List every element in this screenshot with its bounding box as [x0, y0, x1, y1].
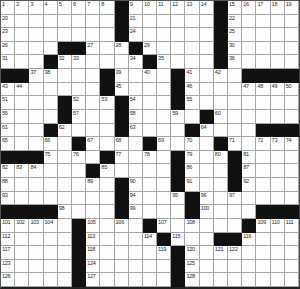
cell-r4c17[interactable]: 30	[228, 42, 242, 56]
cell-r1c15[interactable]: 14	[200, 1, 214, 15]
cell-r4c3[interactable]	[29, 42, 43, 56]
cell-r16c5[interactable]: 98	[58, 205, 72, 219]
cell-r3c12[interactable]	[157, 28, 171, 42]
cell-r18c10[interactable]	[129, 233, 143, 247]
cell-r1c21[interactable]: 19	[285, 1, 299, 15]
cell-r20c1[interactable]: 123	[1, 260, 15, 274]
cell-r1c2[interactable]: 2	[15, 1, 29, 15]
cell-r1c1[interactable]: 1	[1, 1, 15, 15]
cell-r17c16[interactable]	[214, 219, 228, 233]
cell-r3c11[interactable]	[143, 28, 157, 42]
cell-r9c6[interactable]: 57	[72, 110, 86, 124]
cell-r8c7[interactable]	[86, 96, 100, 110]
cell-r15c10[interactable]: 94	[129, 192, 143, 206]
cell-r14c19[interactable]	[256, 178, 270, 192]
cell-r3c5[interactable]	[58, 28, 72, 42]
cell-r4c14[interactable]	[185, 42, 199, 56]
cell-r13c6[interactable]	[72, 164, 86, 178]
cell-r15c20[interactable]	[271, 192, 285, 206]
cell-r20c14[interactable]: 125	[185, 260, 199, 274]
cell-r7c11[interactable]	[143, 83, 157, 97]
cell-r14c7[interactable]: 89	[86, 178, 100, 192]
cell-r12c21[interactable]	[285, 151, 299, 165]
cell-r7c15[interactable]	[200, 83, 214, 97]
cell-r20c2[interactable]	[15, 260, 29, 274]
cell-r13c11[interactable]	[143, 164, 157, 178]
cell-r14c11[interactable]	[143, 178, 157, 192]
cell-r17c12[interactable]: 107	[157, 219, 171, 233]
cell-r13c2[interactable]: 83	[15, 164, 29, 178]
cell-r4c4[interactable]	[44, 42, 58, 56]
cell-r11c3[interactable]	[29, 137, 43, 151]
cell-r20c20[interactable]	[271, 260, 285, 274]
cell-r5c13[interactable]	[171, 55, 185, 69]
cell-r17c10[interactable]	[129, 219, 143, 233]
cell-r4c9[interactable]: 28	[115, 42, 129, 56]
cell-r15c8[interactable]	[100, 192, 114, 206]
cell-r8c20[interactable]	[271, 96, 285, 110]
cell-r10c8[interactable]	[100, 124, 114, 138]
cell-r15c21[interactable]	[285, 192, 299, 206]
cell-r19c1[interactable]: 117	[1, 246, 15, 260]
cell-r8c14[interactable]: 55	[185, 96, 199, 110]
cell-r12c20[interactable]	[271, 151, 285, 165]
cell-r1c19[interactable]: 17	[256, 1, 270, 15]
cell-r15c3[interactable]	[29, 192, 43, 206]
cell-r7c10[interactable]	[129, 83, 143, 97]
cell-r11c14[interactable]: 70	[185, 137, 199, 151]
cell-r20c4[interactable]	[44, 260, 58, 274]
cell-r14c20[interactable]	[271, 178, 285, 192]
cell-r18c9[interactable]	[115, 233, 129, 247]
cell-r16c18[interactable]	[242, 205, 256, 219]
cell-r4c8[interactable]	[100, 42, 114, 56]
cell-r8c1[interactable]: 51	[1, 96, 15, 110]
cell-r17c8[interactable]	[100, 219, 114, 233]
cell-r1c12[interactable]: 11	[157, 1, 171, 15]
cell-r7c1[interactable]: 43	[1, 83, 15, 97]
cell-r20c19[interactable]	[256, 260, 270, 274]
cell-r1c4[interactable]: 4	[44, 1, 58, 15]
cell-r21c21[interactable]	[285, 273, 299, 287]
cell-r21c10[interactable]	[129, 273, 143, 287]
cell-r14c4[interactable]	[44, 178, 58, 192]
cell-r16c7[interactable]	[86, 205, 100, 219]
cell-r13c15[interactable]	[200, 164, 214, 178]
cell-r10c12[interactable]	[157, 124, 171, 138]
cell-r21c19[interactable]	[256, 273, 270, 287]
cell-r1c3[interactable]: 3	[29, 1, 43, 15]
cell-r4c15[interactable]	[200, 42, 214, 56]
cell-r14c2[interactable]	[15, 178, 29, 192]
cell-r11c7[interactable]: 67	[86, 137, 100, 151]
cell-r8c21[interactable]	[285, 96, 299, 110]
cell-r6c14[interactable]: 41	[185, 69, 199, 83]
cell-r3c6[interactable]	[72, 28, 86, 42]
cell-r18c4[interactable]	[44, 233, 58, 247]
cell-r5c10[interactable]: 34	[129, 55, 143, 69]
cell-r5c5[interactable]: 32	[58, 55, 72, 69]
cell-r15c2[interactable]	[15, 192, 29, 206]
cell-r15c5[interactable]	[58, 192, 72, 206]
cell-r14c15[interactable]	[200, 178, 214, 192]
cell-r18c7[interactable]: 113	[86, 233, 100, 247]
cell-r1c20[interactable]: 18	[271, 1, 285, 15]
cell-r8c8[interactable]: 53	[100, 96, 114, 110]
cell-r21c16[interactable]	[214, 273, 228, 287]
cell-r15c17[interactable]: 97	[228, 192, 242, 206]
cell-r8c11[interactable]	[143, 96, 157, 110]
cell-r9c19[interactable]	[256, 110, 270, 124]
cell-r11c5[interactable]	[58, 137, 72, 151]
cell-r4c7[interactable]: 27	[86, 42, 100, 56]
cell-r17c2[interactable]: 102	[15, 219, 29, 233]
cell-r3c7[interactable]	[86, 28, 100, 42]
cell-r19c21[interactable]	[285, 246, 299, 260]
cell-r7c6[interactable]	[72, 83, 86, 97]
cell-r20c7[interactable]: 124	[86, 260, 100, 274]
cell-r13c3[interactable]: 84	[29, 164, 43, 178]
cell-r2c2[interactable]	[15, 15, 29, 29]
cell-r1c17[interactable]: 15	[228, 1, 242, 15]
cell-r21c15[interactable]	[200, 273, 214, 287]
cell-r15c13[interactable]: 95	[171, 192, 185, 206]
cell-r9c17[interactable]	[228, 110, 242, 124]
cell-r13c8[interactable]: 85	[100, 164, 114, 178]
cell-r10c15[interactable]: 64	[200, 124, 214, 138]
cell-r3c17[interactable]: 25	[228, 28, 242, 42]
cell-r6c10[interactable]	[129, 69, 143, 83]
cell-r7c7[interactable]	[86, 83, 100, 97]
cell-r1c7[interactable]: 7	[86, 1, 100, 15]
cell-r7c14[interactable]: 46	[185, 83, 199, 97]
cell-r15c11[interactable]	[143, 192, 157, 206]
cell-r6c17[interactable]	[228, 69, 242, 83]
cell-r2c13[interactable]	[171, 15, 185, 29]
cell-r5c1[interactable]: 31	[1, 55, 15, 69]
cell-r4c20[interactable]	[271, 42, 285, 56]
cell-r20c15[interactable]	[200, 260, 214, 274]
cell-r20c18[interactable]	[242, 260, 256, 274]
cell-r18c1[interactable]: 112	[1, 233, 15, 247]
cell-r20c21[interactable]	[285, 260, 299, 274]
cell-r19c5[interactable]	[58, 246, 72, 260]
cell-r5c6[interactable]: 33	[72, 55, 86, 69]
cell-r14c8[interactable]	[100, 178, 114, 192]
cell-r17c21[interactable]: 111	[285, 219, 299, 233]
cell-r20c5[interactable]	[58, 260, 72, 274]
cell-r21c3[interactable]	[29, 273, 43, 287]
cell-r10c11[interactable]	[143, 124, 157, 138]
cell-r21c20[interactable]	[271, 273, 285, 287]
cell-r9c21[interactable]	[285, 110, 299, 124]
cell-r2c18[interactable]	[242, 15, 256, 29]
cell-r16c15[interactable]: 100	[200, 205, 214, 219]
cell-r5c21[interactable]	[285, 55, 299, 69]
cell-r3c10[interactable]: 24	[129, 28, 143, 42]
cell-r14c18[interactable]: 92	[242, 178, 256, 192]
cell-r17c9[interactable]: 106	[115, 219, 129, 233]
cell-r5c19[interactable]	[256, 55, 270, 69]
cell-r12c16[interactable]: 80	[214, 151, 228, 165]
cell-r9c2[interactable]	[15, 110, 29, 124]
cell-r10c1[interactable]: 61	[1, 124, 15, 138]
cell-r14c21[interactable]	[285, 178, 299, 192]
cell-r2c3[interactable]	[29, 15, 43, 29]
cell-r11c8[interactable]	[100, 137, 114, 151]
cell-r16c13[interactable]	[171, 205, 185, 219]
cell-r5c12[interactable]: 35	[157, 55, 171, 69]
cell-r12c15[interactable]	[200, 151, 214, 165]
cell-r3c21[interactable]	[285, 28, 299, 42]
cell-r8c2[interactable]	[15, 96, 29, 110]
cell-r11c19[interactable]: 72	[256, 137, 270, 151]
cell-r1c6[interactable]: 6	[72, 1, 86, 15]
cell-r21c11[interactable]	[143, 273, 157, 287]
cell-r6c15[interactable]	[200, 69, 214, 83]
cell-r19c17[interactable]: 122	[228, 246, 242, 260]
cell-r5c15[interactable]	[200, 55, 214, 69]
cell-r10c6[interactable]	[72, 124, 86, 138]
cell-r3c15[interactable]	[200, 28, 214, 42]
cell-r10c13[interactable]	[171, 124, 185, 138]
cell-r12c7[interactable]	[86, 151, 100, 165]
cell-r2c20[interactable]	[271, 15, 285, 29]
cell-r19c19[interactable]	[256, 246, 270, 260]
cell-r15c16[interactable]	[214, 192, 228, 206]
cell-r12c9[interactable]: 77	[115, 151, 129, 165]
cell-r13c1[interactable]: 82	[1, 164, 15, 178]
cell-r4c11[interactable]: 29	[143, 42, 157, 56]
cell-r15c19[interactable]	[256, 192, 270, 206]
cell-r10c5[interactable]: 62	[58, 124, 72, 138]
cell-r3c18[interactable]	[242, 28, 256, 42]
cell-r1c10[interactable]: 9	[129, 1, 143, 15]
cell-r18c2[interactable]	[15, 233, 29, 247]
cell-r14c5[interactable]	[58, 178, 72, 192]
cell-r7c4[interactable]	[44, 83, 58, 97]
cell-r16c8[interactable]	[100, 205, 114, 219]
cell-r3c4[interactable]	[44, 28, 58, 42]
cell-r17c7[interactable]: 105	[86, 219, 100, 233]
cell-r4c21[interactable]	[285, 42, 299, 56]
cell-r12c12[interactable]	[157, 151, 171, 165]
cell-r20c17[interactable]	[228, 260, 242, 274]
cell-r4c13[interactable]	[171, 42, 185, 56]
cell-r4c19[interactable]	[256, 42, 270, 56]
cell-r18c15[interactable]	[200, 233, 214, 247]
cell-r2c7[interactable]	[86, 15, 100, 29]
cell-r13c18[interactable]: 87	[242, 164, 256, 178]
cell-r1c5[interactable]: 5	[58, 1, 72, 15]
cell-r1c18[interactable]: 16	[242, 1, 256, 15]
cell-r5c3[interactable]	[29, 55, 43, 69]
cell-r8c6[interactable]: 52	[72, 96, 86, 110]
cell-r2c21[interactable]	[285, 15, 299, 29]
cell-r8c16[interactable]	[214, 96, 228, 110]
cell-r21c14[interactable]: 128	[185, 273, 199, 287]
cell-r17c14[interactable]: 108	[185, 219, 199, 233]
cell-r8c18[interactable]	[242, 96, 256, 110]
cell-r21c12[interactable]	[157, 273, 171, 287]
cell-r5c17[interactable]: 36	[228, 55, 242, 69]
cell-r3c1[interactable]: 23	[1, 28, 15, 42]
cell-r10c18[interactable]	[242, 124, 256, 138]
cell-r20c3[interactable]	[29, 260, 43, 274]
cell-r17c1[interactable]: 101	[1, 219, 15, 233]
cell-r18c21[interactable]	[285, 233, 299, 247]
cell-r13c19[interactable]	[256, 164, 270, 178]
cell-r13c20[interactable]	[271, 164, 285, 178]
cell-r9c8[interactable]	[100, 110, 114, 124]
cell-r2c17[interactable]: 22	[228, 15, 242, 29]
cell-r18c20[interactable]	[271, 233, 285, 247]
cell-r7c12[interactable]	[157, 83, 171, 97]
cell-r17c5[interactable]	[58, 219, 72, 233]
cell-r7c5[interactable]	[58, 83, 72, 97]
cell-r12c4[interactable]: 75	[44, 151, 58, 165]
cell-r17c4[interactable]: 104	[44, 219, 58, 233]
cell-r18c18[interactable]: 116	[242, 233, 256, 247]
cell-r14c16[interactable]	[214, 178, 228, 192]
cell-r9c18[interactable]	[242, 110, 256, 124]
cell-r12c11[interactable]: 78	[143, 151, 157, 165]
cell-r9c1[interactable]: 56	[1, 110, 15, 124]
cell-r3c3[interactable]	[29, 28, 43, 42]
cell-r19c12[interactable]: 119	[157, 246, 171, 260]
cell-r11c21[interactable]: 74	[285, 137, 299, 151]
cell-r18c8[interactable]	[100, 233, 114, 247]
cell-r19c4[interactable]	[44, 246, 58, 260]
cell-r3c2[interactable]	[15, 28, 29, 42]
cell-r8c4[interactable]	[44, 96, 58, 110]
cell-r15c7[interactable]	[86, 192, 100, 206]
cell-r8c17[interactable]	[228, 96, 242, 110]
cell-r11c18[interactable]	[242, 137, 256, 151]
cell-r2c6[interactable]	[72, 15, 86, 29]
cell-r7c19[interactable]: 48	[256, 83, 270, 97]
cell-r6c3[interactable]: 37	[29, 69, 43, 83]
cell-r18c14[interactable]	[185, 233, 199, 247]
cell-r7c21[interactable]: 50	[285, 83, 299, 97]
cell-r13c4[interactable]	[44, 164, 58, 178]
cell-r11c20[interactable]: 73	[271, 137, 285, 151]
cell-r1c8[interactable]: 8	[100, 1, 114, 15]
cell-r6c7[interactable]	[86, 69, 100, 83]
cell-r5c8[interactable]	[100, 55, 114, 69]
cell-r1c11[interactable]: 10	[143, 1, 157, 15]
cell-r13c5[interactable]	[58, 164, 72, 178]
cell-r21c18[interactable]	[242, 273, 256, 287]
cell-r15c15[interactable]: 96	[200, 192, 214, 206]
cell-r15c12[interactable]	[157, 192, 171, 206]
cell-r21c17[interactable]	[228, 273, 242, 287]
cell-r3c14[interactable]	[185, 28, 199, 42]
cell-r5c7[interactable]	[86, 55, 100, 69]
cell-r11c13[interactable]	[171, 137, 185, 151]
cell-r19c2[interactable]	[15, 246, 29, 260]
cell-r6c11[interactable]: 40	[143, 69, 157, 83]
cell-r2c4[interactable]	[44, 15, 58, 29]
cell-r6c12[interactable]	[157, 69, 171, 83]
cell-r21c5[interactable]	[58, 273, 72, 287]
cell-r19c18[interactable]	[242, 246, 256, 260]
cell-r11c9[interactable]: 68	[115, 137, 129, 151]
cell-r21c9[interactable]	[115, 273, 129, 287]
cell-r18c11[interactable]: 114	[143, 233, 157, 247]
cell-r14c14[interactable]: 91	[185, 178, 199, 192]
cell-r9c11[interactable]	[143, 110, 157, 124]
cell-r6c6[interactable]	[72, 69, 86, 83]
cell-r13c21[interactable]	[285, 164, 299, 178]
cell-r13c14[interactable]: 86	[185, 164, 199, 178]
cell-r16c17[interactable]	[228, 205, 242, 219]
cell-r19c9[interactable]	[115, 246, 129, 260]
cell-r17c20[interactable]: 110	[271, 219, 285, 233]
cell-r10c7[interactable]	[86, 124, 100, 138]
cell-r4c2[interactable]	[15, 42, 29, 56]
cell-r20c12[interactable]	[157, 260, 171, 274]
cell-r3c20[interactable]	[271, 28, 285, 42]
cell-r11c1[interactable]: 65	[1, 137, 15, 151]
cell-r2c10[interactable]: 21	[129, 15, 143, 29]
cell-r21c1[interactable]: 126	[1, 273, 15, 287]
cell-r15c18[interactable]	[242, 192, 256, 206]
cell-r14c1[interactable]: 88	[1, 178, 15, 192]
cell-r20c9[interactable]	[115, 260, 129, 274]
cell-r10c10[interactable]: 63	[129, 124, 143, 138]
cell-r9c12[interactable]	[157, 110, 171, 124]
cell-r12c14[interactable]: 79	[185, 151, 199, 165]
cell-r3c19[interactable]	[256, 28, 270, 42]
cell-r10c17[interactable]	[228, 124, 242, 138]
cell-r18c19[interactable]	[256, 233, 270, 247]
cell-r17c17[interactable]	[228, 219, 242, 233]
cell-r13c12[interactable]	[157, 164, 171, 178]
cell-r12c6[interactable]: 76	[72, 151, 86, 165]
cell-r13c16[interactable]	[214, 164, 228, 178]
cell-r14c12[interactable]	[157, 178, 171, 192]
cell-r19c14[interactable]: 120	[185, 246, 199, 260]
cell-r10c2[interactable]	[15, 124, 29, 138]
cell-r9c13[interactable]: 59	[171, 110, 185, 124]
cell-r19c15[interactable]	[200, 246, 214, 260]
cell-r18c3[interactable]	[29, 233, 43, 247]
cell-r19c11[interactable]	[143, 246, 157, 260]
cell-r17c15[interactable]	[200, 219, 214, 233]
cell-r3c13[interactable]	[171, 28, 185, 42]
cell-r5c20[interactable]	[271, 55, 285, 69]
cell-r12c19[interactable]	[256, 151, 270, 165]
cell-r20c10[interactable]	[129, 260, 143, 274]
cell-r5c9[interactable]	[115, 55, 129, 69]
cell-r2c1[interactable]: 20	[1, 15, 15, 29]
cell-r9c3[interactable]	[29, 110, 43, 124]
cell-r11c2[interactable]	[15, 137, 29, 151]
cell-r2c11[interactable]	[143, 15, 157, 29]
cell-r16c16[interactable]	[214, 205, 228, 219]
cell-r13c10[interactable]	[129, 164, 143, 178]
cell-r11c17[interactable]: 71	[228, 137, 242, 151]
cell-r15c6[interactable]	[72, 192, 86, 206]
cell-r15c1[interactable]: 93	[1, 192, 15, 206]
cell-r17c13[interactable]	[171, 219, 185, 233]
cell-r13c9[interactable]	[115, 164, 129, 178]
cell-r9c14[interactable]	[185, 110, 199, 124]
cell-r5c18[interactable]	[242, 55, 256, 69]
cell-r6c5[interactable]	[58, 69, 72, 83]
cell-r16c12[interactable]	[157, 205, 171, 219]
